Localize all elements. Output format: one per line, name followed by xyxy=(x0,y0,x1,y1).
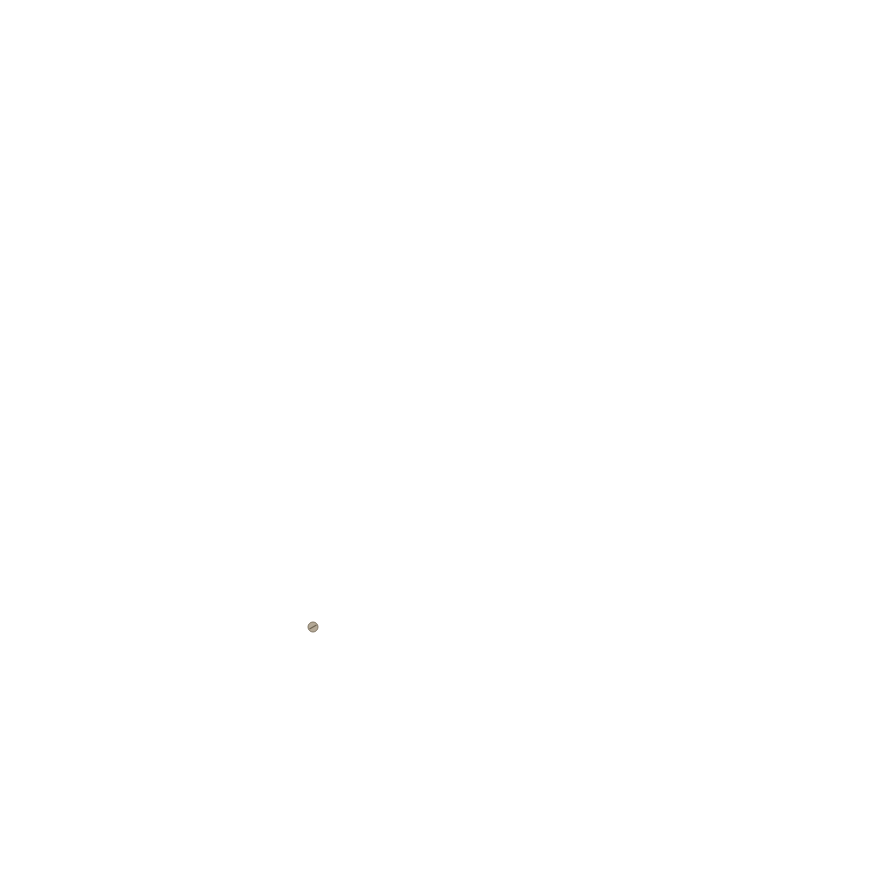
checkers-board: 1122334455667788hhggffeeddccbbaa xyxy=(0,0,874,874)
product-photo-stage: 1122334455667788hhggffeeddccbbaa xyxy=(0,0,874,874)
hinge-screw xyxy=(308,622,318,632)
